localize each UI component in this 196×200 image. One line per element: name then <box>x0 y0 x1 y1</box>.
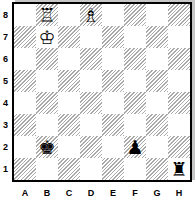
square-g3[interactable] <box>146 114 168 136</box>
square-b6[interactable] <box>36 48 58 70</box>
square-g2[interactable] <box>146 136 168 158</box>
square-a7[interactable] <box>14 26 36 48</box>
piece-black-pawn-f2[interactable]: ♟ <box>126 136 143 158</box>
square-f2[interactable]: ♟ <box>124 136 146 158</box>
square-d3[interactable] <box>80 114 102 136</box>
square-h6[interactable] <box>168 48 190 70</box>
square-h2[interactable] <box>168 136 190 158</box>
rank-label-6: 6 <box>0 48 11 70</box>
square-d2[interactable] <box>80 136 102 158</box>
rank-label-2: 2 <box>0 136 11 158</box>
square-c8[interactable] <box>58 4 80 26</box>
square-b7[interactable]: ♔ <box>36 26 58 48</box>
square-c7[interactable] <box>58 26 80 48</box>
piece-black-rook-h1[interactable]: ♜ <box>170 158 187 180</box>
rank-label-7: 7 <box>0 26 11 48</box>
square-b3[interactable] <box>36 114 58 136</box>
piece-white-king-b7[interactable]: ♔ <box>38 26 55 48</box>
square-a2[interactable] <box>14 136 36 158</box>
square-f5[interactable] <box>124 70 146 92</box>
square-a5[interactable] <box>14 70 36 92</box>
square-e4[interactable] <box>102 92 124 114</box>
square-e5[interactable] <box>102 70 124 92</box>
square-d5[interactable] <box>80 70 102 92</box>
file-labels: ABCDEFGH <box>14 186 190 200</box>
square-e7[interactable] <box>102 26 124 48</box>
file-label-f: F <box>124 186 146 200</box>
rank-labels: 87654321 <box>0 4 11 180</box>
square-h4[interactable] <box>168 92 190 114</box>
square-b1[interactable] <box>36 158 58 180</box>
square-a3[interactable] <box>14 114 36 136</box>
square-g8[interactable] <box>146 4 168 26</box>
square-e1[interactable] <box>102 158 124 180</box>
square-h3[interactable] <box>168 114 190 136</box>
file-label-c: C <box>58 186 80 200</box>
rank-label-4: 4 <box>0 92 11 114</box>
rank-label-1: 1 <box>0 158 11 180</box>
square-f6[interactable] <box>124 48 146 70</box>
file-label-e: E <box>102 186 124 200</box>
square-a8[interactable] <box>14 4 36 26</box>
square-a1[interactable] <box>14 158 36 180</box>
square-h7[interactable] <box>168 26 190 48</box>
square-g7[interactable] <box>146 26 168 48</box>
square-e3[interactable] <box>102 114 124 136</box>
piece-black-king-b2[interactable]: ♚ <box>38 136 55 158</box>
square-g1[interactable] <box>146 158 168 180</box>
square-h1[interactable]: ♜ <box>168 158 190 180</box>
chess-diagram: 87654321 ♖♗♔♚♟♜ ABCDEFGH <box>0 0 196 200</box>
piece-white-bishop-d8[interactable]: ♗ <box>82 4 99 26</box>
square-f3[interactable] <box>124 114 146 136</box>
file-label-g: G <box>146 186 168 200</box>
square-d6[interactable] <box>80 48 102 70</box>
square-b4[interactable] <box>36 92 58 114</box>
square-c4[interactable] <box>58 92 80 114</box>
square-c5[interactable] <box>58 70 80 92</box>
chess-board[interactable]: ♖♗♔♚♟♜ <box>12 2 192 182</box>
square-h5[interactable] <box>168 70 190 92</box>
square-c1[interactable] <box>58 158 80 180</box>
square-f7[interactable] <box>124 26 146 48</box>
rank-label-8: 8 <box>0 4 11 26</box>
square-b8[interactable]: ♖ <box>36 4 58 26</box>
square-a6[interactable] <box>14 48 36 70</box>
square-d8[interactable]: ♗ <box>80 4 102 26</box>
file-label-d: D <box>80 186 102 200</box>
square-a4[interactable] <box>14 92 36 114</box>
square-g5[interactable] <box>146 70 168 92</box>
square-d4[interactable] <box>80 92 102 114</box>
rank-label-3: 3 <box>0 114 11 136</box>
square-f8[interactable] <box>124 4 146 26</box>
square-f4[interactable] <box>124 92 146 114</box>
square-f1[interactable] <box>124 158 146 180</box>
square-b5[interactable] <box>36 70 58 92</box>
square-e8[interactable] <box>102 4 124 26</box>
file-label-h: H <box>168 186 190 200</box>
square-h8[interactable] <box>168 4 190 26</box>
piece-white-rook-b8[interactable]: ♖ <box>38 4 55 26</box>
square-c3[interactable] <box>58 114 80 136</box>
square-d7[interactable] <box>80 26 102 48</box>
square-c6[interactable] <box>58 48 80 70</box>
square-b2[interactable]: ♚ <box>36 136 58 158</box>
square-g6[interactable] <box>146 48 168 70</box>
square-e2[interactable] <box>102 136 124 158</box>
file-label-a: A <box>14 186 36 200</box>
square-e6[interactable] <box>102 48 124 70</box>
square-d1[interactable] <box>80 158 102 180</box>
file-label-b: B <box>36 186 58 200</box>
square-c2[interactable] <box>58 136 80 158</box>
square-g4[interactable] <box>146 92 168 114</box>
rank-label-5: 5 <box>0 70 11 92</box>
